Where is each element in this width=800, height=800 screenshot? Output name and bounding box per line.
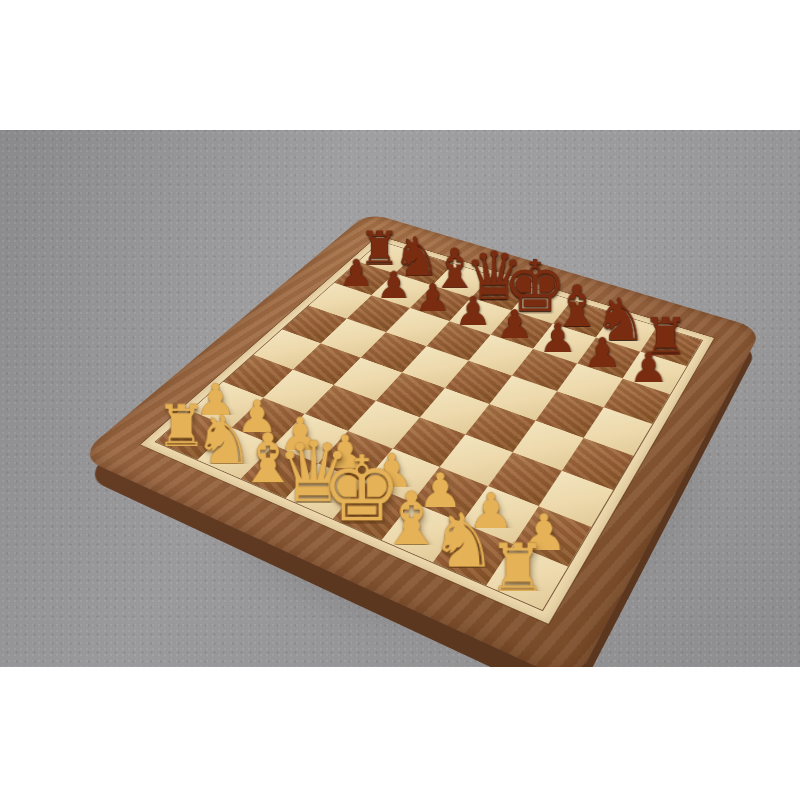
piece-white-rook[interactable]: ♜	[487, 538, 549, 600]
white-rook-icon: ♜	[488, 536, 548, 603]
piece-black-pawn[interactable]: ♟	[491, 298, 538, 345]
piece-black-pawn[interactable]: ♟	[450, 285, 496, 331]
black-pawn-icon: ♟	[414, 278, 451, 319]
chessboard: ♜♞♝♛♚♝♞♜♟♟♟♟♟♟♟♟♟♟♟♟♟♟♟♟♜♞♝♛♚♝♞♜	[78, 213, 762, 667]
page: ♜♞♝♛♚♝♞♜♟♟♟♟♟♟♟♟♟♟♟♟♟♟♟♟♜♞♝♛♚♝♞♜	[0, 0, 800, 800]
piece-white-knight[interactable]: ♞	[433, 516, 493, 576]
piece-black-pawn[interactable]: ♟	[578, 325, 627, 374]
board-frame: ♜♞♝♛♚♝♞♜♟♟♟♟♟♟♟♟♟♟♟♟♟♟♟♟♜♞♝♛♚♝♞♜	[78, 213, 762, 667]
black-pawn-icon: ♟	[629, 347, 669, 392]
square-f6[interactable]	[512, 349, 577, 391]
square-e6[interactable]	[469, 335, 534, 376]
black-pawn-icon: ♟	[496, 304, 534, 346]
square-h4[interactable]	[562, 438, 634, 490]
piece-black-pawn[interactable]: ♟	[534, 311, 582, 359]
piece-black-pawn[interactable]: ♟	[624, 340, 674, 390]
product-photo: ♜♞♝♛♚♝♞♜♟♟♟♟♟♟♟♟♟♟♟♟♟♟♟♟♜♞♝♛♚♝♞♜	[0, 130, 800, 667]
piece-black-pawn[interactable]: ♟	[410, 272, 456, 318]
black-pawn-icon: ♟	[583, 332, 622, 376]
black-pawn-icon: ♟	[454, 291, 491, 333]
square-c4[interactable]	[334, 358, 402, 401]
